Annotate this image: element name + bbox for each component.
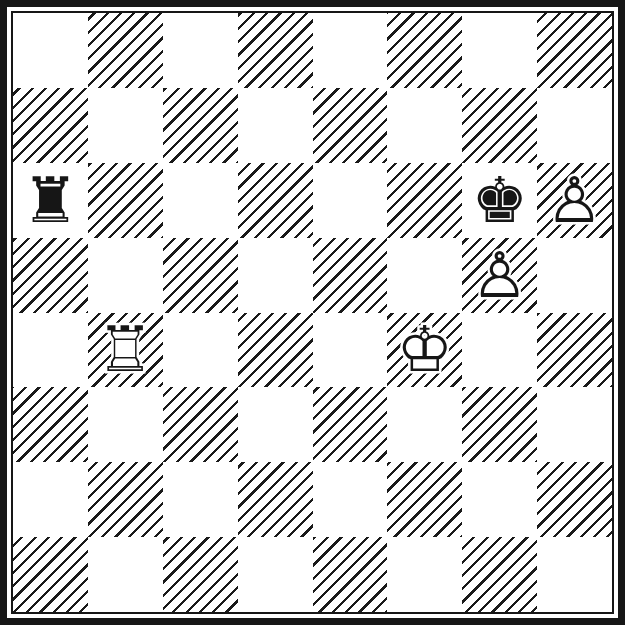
square-g6[interactable]: ♚♚ xyxy=(462,163,537,238)
square-b2[interactable] xyxy=(88,462,163,537)
square-d1[interactable] xyxy=(238,537,313,612)
square-g8[interactable] xyxy=(462,13,537,88)
square-a8[interactable] xyxy=(13,13,88,88)
square-f8[interactable] xyxy=(387,13,462,88)
square-g7[interactable] xyxy=(462,88,537,163)
square-h1[interactable] xyxy=(537,537,612,612)
square-f6[interactable] xyxy=(387,163,462,238)
square-h6[interactable]: ♟♙ xyxy=(537,163,612,238)
square-d8[interactable] xyxy=(238,13,313,88)
piece-white-pawn[interactable]: ♟♙ xyxy=(462,238,537,313)
square-b7[interactable] xyxy=(88,88,163,163)
square-a1[interactable] xyxy=(13,537,88,612)
square-d2[interactable] xyxy=(238,462,313,537)
square-d5[interactable] xyxy=(238,238,313,313)
square-e2[interactable] xyxy=(313,462,388,537)
square-e6[interactable] xyxy=(313,163,388,238)
square-h3[interactable] xyxy=(537,387,612,462)
square-d3[interactable] xyxy=(238,387,313,462)
piece-black-king[interactable]: ♚♚ xyxy=(462,163,537,238)
square-c2[interactable] xyxy=(163,462,238,537)
square-d6[interactable] xyxy=(238,163,313,238)
square-f7[interactable] xyxy=(387,88,462,163)
square-c6[interactable] xyxy=(163,163,238,238)
square-a3[interactable] xyxy=(13,387,88,462)
square-e7[interactable] xyxy=(313,88,388,163)
square-h8[interactable] xyxy=(537,13,612,88)
square-g4[interactable] xyxy=(462,313,537,388)
piece-white-king[interactable]: ♚♔ xyxy=(387,313,462,388)
square-b4[interactable]: ♜♖ xyxy=(88,313,163,388)
black-king-glyph: ♚ xyxy=(471,169,527,232)
square-d7[interactable] xyxy=(238,88,313,163)
square-f1[interactable] xyxy=(387,537,462,612)
square-e8[interactable] xyxy=(313,13,388,88)
square-a6[interactable]: ♜♜ xyxy=(13,163,88,238)
board-outer-frame: ♜♜♚♚♟♙♟♙♜♖♚♔ xyxy=(0,0,625,625)
white-rook-glyph: ♖ xyxy=(97,318,153,381)
square-b1[interactable] xyxy=(88,537,163,612)
square-e5[interactable] xyxy=(313,238,388,313)
square-h5[interactable] xyxy=(537,238,612,313)
piece-white-pawn[interactable]: ♟♙ xyxy=(537,163,612,238)
white-king-glyph: ♔ xyxy=(397,318,453,381)
square-c3[interactable] xyxy=(163,387,238,462)
square-b8[interactable] xyxy=(88,13,163,88)
square-f5[interactable] xyxy=(387,238,462,313)
board-inner-frame: ♜♜♚♚♟♙♟♙♜♖♚♔ xyxy=(11,11,614,614)
square-f2[interactable] xyxy=(387,462,462,537)
square-a4[interactable] xyxy=(13,313,88,388)
chess-board: ♜♜♚♚♟♙♟♙♜♖♚♔ xyxy=(13,13,612,612)
square-a7[interactable] xyxy=(13,88,88,163)
square-h2[interactable] xyxy=(537,462,612,537)
white-pawn-glyph: ♙ xyxy=(546,169,602,232)
square-g2[interactable] xyxy=(462,462,537,537)
square-g3[interactable] xyxy=(462,387,537,462)
square-c5[interactable] xyxy=(163,238,238,313)
piece-white-rook[interactable]: ♜♖ xyxy=(88,313,163,388)
square-e4[interactable] xyxy=(313,313,388,388)
square-f4[interactable]: ♚♔ xyxy=(387,313,462,388)
white-pawn-glyph: ♙ xyxy=(471,244,527,307)
square-c8[interactable] xyxy=(163,13,238,88)
black-rook-glyph: ♜ xyxy=(22,169,78,232)
chess-diagram: ♜♜♚♚♟♙♟♙♜♖♚♔ xyxy=(0,0,625,625)
piece-black-rook[interactable]: ♜♜ xyxy=(13,163,88,238)
square-h7[interactable] xyxy=(537,88,612,163)
square-f3[interactable] xyxy=(387,387,462,462)
square-a2[interactable] xyxy=(13,462,88,537)
square-e1[interactable] xyxy=(313,537,388,612)
square-g1[interactable] xyxy=(462,537,537,612)
square-b6[interactable] xyxy=(88,163,163,238)
square-h4[interactable] xyxy=(537,313,612,388)
square-b3[interactable] xyxy=(88,387,163,462)
square-c4[interactable] xyxy=(163,313,238,388)
square-c7[interactable] xyxy=(163,88,238,163)
square-a5[interactable] xyxy=(13,238,88,313)
square-c1[interactable] xyxy=(163,537,238,612)
square-g5[interactable]: ♟♙ xyxy=(462,238,537,313)
square-b5[interactable] xyxy=(88,238,163,313)
square-d4[interactable] xyxy=(238,313,313,388)
square-e3[interactable] xyxy=(313,387,388,462)
